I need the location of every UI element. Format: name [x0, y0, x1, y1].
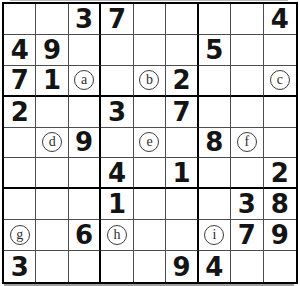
cell-r6c3[interactable] [69, 158, 101, 189]
given-digit: 6 [75, 222, 93, 248]
given-digit: 8 [205, 129, 223, 155]
cell-r4c7[interactable] [199, 97, 231, 128]
given-digit: 5 [205, 37, 223, 63]
circled-letter-g: g [10, 225, 30, 245]
given-digit: 9 [172, 254, 190, 280]
circled-letter-d: d [42, 132, 62, 152]
cell-r4c8[interactable] [231, 97, 263, 128]
given-digit: 1 [43, 67, 61, 93]
given-digit: 3 [238, 191, 256, 217]
given-digit: 1 [172, 160, 190, 186]
given-digit: 3 [108, 99, 126, 125]
sudoku-board: 37449571ab2c237d9e8f412138g6hi79394 [2, 2, 298, 284]
cell-r6c8[interactable] [231, 158, 263, 189]
cell-r7c2[interactable] [36, 189, 68, 220]
given-digit: 7 [108, 6, 126, 32]
cell-r8c5[interactable] [134, 220, 166, 251]
cell-r9c4[interactable] [101, 251, 133, 282]
cell-r6c7[interactable] [199, 158, 231, 189]
cell-r7c8[interactable]: 3 [231, 189, 263, 220]
cell-r2c1[interactable]: 4 [4, 35, 36, 66]
sudoku-page: 37449571ab2c237d9e8f412138g6hi79394 [0, 0, 300, 286]
given-digit: 1 [108, 191, 126, 217]
circled-letter-b: b [139, 70, 159, 90]
cell-r9c6[interactable]: 9 [166, 251, 198, 282]
cell-r7c6[interactable] [166, 189, 198, 220]
cell-r1c8[interactable] [231, 4, 263, 35]
circled-letter-h: h [107, 225, 127, 245]
cell-r9c3[interactable] [69, 251, 101, 282]
cell-r3c2[interactable]: 1 [36, 66, 68, 97]
given-digit: 7 [172, 99, 190, 125]
cell-r2c6[interactable] [166, 35, 198, 66]
cell-r3c1[interactable]: 7 [4, 66, 36, 97]
cell-r5c5[interactable]: e [134, 128, 166, 159]
cell-r8c1[interactable]: g [4, 220, 36, 251]
given-digit: 4 [271, 6, 289, 32]
given-digit: 9 [43, 37, 61, 63]
cell-r9c5[interactable] [134, 251, 166, 282]
cell-r5c8[interactable]: f [231, 128, 263, 159]
given-digit: 7 [238, 222, 256, 248]
cell-r7c1[interactable] [4, 189, 36, 220]
cell-r6c4[interactable]: 4 [101, 158, 133, 189]
circled-letter-a: a [74, 70, 94, 90]
cell-r7c7[interactable] [199, 189, 231, 220]
given-digit: 4 [108, 160, 126, 186]
circled-letter-c: c [270, 70, 290, 90]
cell-r3c5[interactable]: b [134, 66, 166, 97]
cell-r5c1[interactable] [4, 128, 36, 159]
cell-r1c2[interactable] [36, 4, 68, 35]
cell-r1c6[interactable] [166, 4, 198, 35]
cell-r6c1[interactable] [4, 158, 36, 189]
cell-r4c4[interactable]: 3 [101, 97, 133, 128]
cell-r2c3[interactable] [69, 35, 101, 66]
cell-r4c5[interactable] [134, 97, 166, 128]
cell-r1c5[interactable] [134, 4, 166, 35]
cell-r1c7[interactable] [199, 4, 231, 35]
cell-r2c2[interactable]: 9 [36, 35, 68, 66]
cell-r3c4[interactable] [101, 66, 133, 97]
cell-r9c2[interactable] [36, 251, 68, 282]
given-digit: 9 [75, 129, 93, 155]
cell-r2c9[interactable] [264, 35, 296, 66]
cell-r8c7[interactable]: i [199, 220, 231, 251]
cell-r5c3[interactable]: 9 [69, 128, 101, 159]
given-digit: 4 [11, 37, 29, 63]
given-digit: 2 [11, 99, 29, 125]
circled-letter-f: f [237, 132, 257, 152]
cell-r9c7[interactable]: 4 [199, 251, 231, 282]
cell-r9c9[interactable] [264, 251, 296, 282]
cell-r4c1[interactable]: 2 [4, 97, 36, 128]
cell-r7c5[interactable] [134, 189, 166, 220]
cell-r8c3[interactable]: 6 [69, 220, 101, 251]
cell-r6c6[interactable]: 1 [166, 158, 198, 189]
cell-r1c3[interactable]: 3 [69, 4, 101, 35]
cell-r7c9[interactable]: 8 [264, 189, 296, 220]
given-digit: 3 [11, 254, 29, 280]
cell-r6c9[interactable]: 2 [264, 158, 296, 189]
given-digit: 8 [271, 191, 289, 217]
circled-letter-i: i [204, 225, 224, 245]
given-digit: 3 [75, 6, 93, 32]
cell-r1c9[interactable]: 4 [264, 4, 296, 35]
cell-r8c2[interactable] [36, 220, 68, 251]
cell-r3c8[interactable] [231, 66, 263, 97]
given-digit: 9 [271, 222, 289, 248]
cell-r5c7[interactable]: 8 [199, 128, 231, 159]
cell-r3c3[interactable]: a [69, 66, 101, 97]
given-digit: 4 [205, 254, 223, 280]
cell-r7c4[interactable]: 1 [101, 189, 133, 220]
cell-r4c3[interactable] [69, 97, 101, 128]
cell-r9c1[interactable]: 3 [4, 251, 36, 282]
cell-r8c9[interactable]: 9 [264, 220, 296, 251]
given-digit: 2 [271, 160, 289, 186]
cell-r6c2[interactable] [36, 158, 68, 189]
cell-r8c8[interactable]: 7 [231, 220, 263, 251]
cell-r6c5[interactable] [134, 158, 166, 189]
top-edge-shadow [10, 0, 288, 1]
cell-r3c6[interactable]: 2 [166, 66, 198, 97]
cell-r2c7[interactable]: 5 [199, 35, 231, 66]
cell-r8c4[interactable]: h [101, 220, 133, 251]
cell-r2c8[interactable] [231, 35, 263, 66]
cell-r3c9[interactable]: c [264, 66, 296, 97]
cell-r1c4[interactable]: 7 [101, 4, 133, 35]
cell-r3c7[interactable] [199, 66, 231, 97]
cell-r5c9[interactable] [264, 128, 296, 159]
cell-r2c5[interactable] [134, 35, 166, 66]
cell-r5c6[interactable] [166, 128, 198, 159]
cell-r8c6[interactable] [166, 220, 198, 251]
cell-r7c3[interactable] [69, 189, 101, 220]
cell-r5c4[interactable] [101, 128, 133, 159]
cell-r9c8[interactable] [231, 251, 263, 282]
cell-r4c2[interactable] [36, 97, 68, 128]
cell-r4c6[interactable]: 7 [166, 97, 198, 128]
given-digit: 2 [172, 67, 190, 93]
cell-r1c1[interactable] [4, 4, 36, 35]
given-digit: 7 [11, 67, 29, 93]
cell-r2c4[interactable] [101, 35, 133, 66]
circled-letter-e: e [139, 132, 159, 152]
cell-r4c9[interactable] [264, 97, 296, 128]
cell-r5c2[interactable]: d [36, 128, 68, 159]
